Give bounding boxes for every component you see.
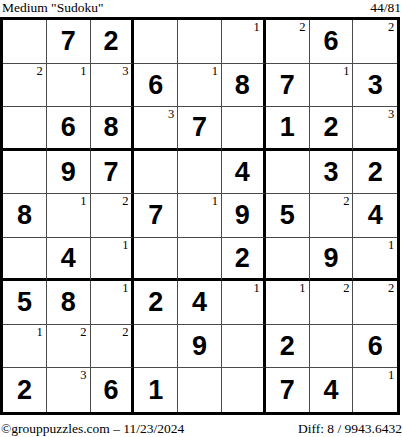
cell-r8c1[interactable]: 1 [3, 325, 47, 369]
cell-r8c4[interactable] [134, 325, 178, 369]
cell-r9c8[interactable]: 4 [310, 368, 354, 412]
cell-value: 4 [235, 159, 250, 186]
cell-value: 2 [17, 377, 32, 404]
corner-mark: 1 [80, 195, 86, 208]
corner-mark: 2 [122, 195, 128, 208]
cell-r3c9[interactable]: 3 [353, 107, 397, 151]
cell-r2c9[interactable]: 3 [353, 64, 397, 108]
cell-r3c4[interactable]: 3 [134, 107, 178, 151]
cell-r9c4[interactable]: 1 [134, 368, 178, 412]
corner-mark: 3 [168, 108, 174, 121]
cell-r1c1[interactable] [3, 20, 47, 64]
cell-r1c7[interactable]: 2 [266, 20, 310, 64]
cell-r4c7[interactable] [266, 151, 310, 195]
cell-value: 2 [323, 114, 338, 141]
cell-r8c6[interactable] [222, 325, 266, 369]
corner-mark: 1 [212, 65, 218, 78]
corner-mark: 2 [299, 21, 305, 34]
cell-r4c4[interactable] [134, 151, 178, 195]
cell-value: 8 [61, 289, 76, 316]
corner-mark: 1 [343, 65, 349, 78]
cell-r6c2[interactable]: 4 [47, 238, 91, 282]
puzzle-title: Medium "Sudoku" [0, 0, 103, 15]
cell-r3c7[interactable]: 1 [266, 107, 310, 151]
cell-r6c4[interactable] [134, 238, 178, 282]
cell-r4c8[interactable]: 3 [310, 151, 354, 195]
cell-r7c3[interactable]: 1 [91, 281, 135, 325]
cell-r2c3[interactable]: 3 [91, 64, 135, 108]
page-header: Medium "Sudoku" 44/81 [0, 0, 403, 17]
cell-r5c7[interactable]: 5 [266, 194, 310, 238]
corner-mark: 1 [80, 65, 86, 78]
cell-r1c8[interactable]: 6 [310, 20, 354, 64]
cell-r7c7[interactable]: 1 [266, 281, 310, 325]
cell-value: 2 [103, 28, 118, 55]
cell-value: 4 [192, 289, 207, 316]
cell-r7c2[interactable]: 8 [47, 281, 91, 325]
corner-mark: 1 [212, 195, 218, 208]
cell-r2c7[interactable]: 7 [266, 64, 310, 108]
cell-r2c6[interactable]: 8 [222, 64, 266, 108]
cell-r7c9[interactable]: 2 [353, 281, 397, 325]
corner-mark: 1 [254, 282, 260, 295]
cell-r4c6[interactable]: 4 [222, 151, 266, 195]
cell-r8c3[interactable]: 2 [91, 325, 135, 369]
cell-r4c1[interactable] [3, 151, 47, 195]
cell-r1c4[interactable] [134, 20, 178, 64]
cell-r7c4[interactable]: 2 [134, 281, 178, 325]
cell-value: 6 [323, 28, 338, 55]
cell-r3c6[interactable] [222, 107, 266, 151]
cell-value: 6 [103, 377, 118, 404]
cell-value: 4 [61, 245, 76, 272]
cell-value: 2 [280, 333, 295, 360]
corner-mark: 2 [122, 326, 128, 339]
cell-value: 6 [61, 114, 76, 141]
cell-r3c8[interactable]: 2 [310, 107, 354, 151]
cell-r9c5[interactable] [178, 368, 222, 412]
cell-value: 7 [103, 159, 118, 186]
corner-mark: 3 [80, 369, 86, 382]
copyright-text: ©grouppuzzles.com – 11/23/2024 [0, 421, 184, 436]
cell-r3c2[interactable]: 6 [47, 107, 91, 151]
corner-mark: 2 [343, 195, 349, 208]
cell-r5c5[interactable]: 1 [178, 194, 222, 238]
cell-r1c5[interactable] [178, 20, 222, 64]
cell-r1c3[interactable]: 2 [91, 20, 135, 64]
cell-r6c7[interactable] [266, 238, 310, 282]
cell-r7c8[interactable]: 2 [310, 281, 354, 325]
cell-r9c7[interactable]: 7 [266, 368, 310, 412]
cell-r6c8[interactable]: 9 [310, 238, 354, 282]
cell-r5c6[interactable]: 9 [222, 194, 266, 238]
cell-value: 3 [323, 159, 338, 186]
cell-r1c9[interactable]: 2 [353, 20, 397, 64]
cell-value: 7 [280, 72, 295, 99]
corner-mark: 3 [388, 108, 394, 121]
page-footer: ©grouppuzzles.com – 11/23/2024 Diff: 8 /… [0, 420, 403, 436]
cell-r8c5[interactable]: 9 [178, 325, 222, 369]
cell-r1c6[interactable]: 1 [222, 20, 266, 64]
cell-r9c6[interactable] [222, 368, 266, 412]
cell-r9c1[interactable]: 2 [3, 368, 47, 412]
cell-r5c3[interactable]: 2 [91, 194, 135, 238]
cell-value: 8 [17, 202, 32, 229]
corner-mark: 1 [122, 282, 128, 295]
cell-r2c5[interactable]: 1 [178, 64, 222, 108]
cell-r7c5[interactable]: 4 [178, 281, 222, 325]
cell-value: 6 [148, 72, 163, 99]
cell-r4c2[interactable]: 9 [47, 151, 91, 195]
cell-r5c1[interactable]: 8 [3, 194, 47, 238]
cell-r5c4[interactable]: 7 [134, 194, 178, 238]
cell-value: 7 [61, 28, 76, 55]
cell-r2c1[interactable]: 2 [3, 64, 47, 108]
cell-r9c3[interactable]: 6 [91, 368, 135, 412]
cell-value: 7 [192, 114, 207, 141]
cell-r6c6[interactable]: 2 [222, 238, 266, 282]
cell-r9c2[interactable]: 3 [47, 368, 91, 412]
cell-r4c9[interactable]: 2 [353, 151, 397, 195]
corner-mark: 2 [388, 21, 394, 34]
corner-mark: 2 [80, 326, 86, 339]
cell-r4c3[interactable]: 7 [91, 151, 135, 195]
cell-r9c9[interactable]: 1 [353, 368, 397, 412]
cell-value: 4 [368, 202, 383, 229]
cell-r1c2[interactable]: 7 [47, 20, 91, 64]
corner-mark: 2 [343, 282, 349, 295]
cell-value: 9 [61, 159, 76, 186]
cell-r6c3[interactable]: 1 [91, 238, 135, 282]
cell-r3c3[interactable]: 8 [91, 107, 135, 151]
cell-r8c2[interactable]: 2 [47, 325, 91, 369]
corner-mark: 1 [37, 326, 43, 339]
cell-r8c9[interactable]: 6 [353, 325, 397, 369]
cell-r5c2[interactable]: 1 [47, 194, 91, 238]
cell-value: 3 [368, 72, 383, 99]
cell-value: 2 [235, 245, 250, 272]
cell-r7c6[interactable]: 1 [222, 281, 266, 325]
cell-r2c8[interactable]: 1 [310, 64, 354, 108]
cell-value: 2 [368, 159, 383, 186]
cell-r8c8[interactable] [310, 325, 354, 369]
cell-value: 6 [368, 333, 383, 360]
difficulty-text: Diff: 8 / 9943.6432 [298, 421, 403, 436]
sudoku-board: 7212622136187136837123974328127195244129… [0, 17, 400, 415]
cell-r5c8[interactable]: 2 [310, 194, 354, 238]
cell-value: 9 [235, 202, 250, 229]
cell-value: 7 [148, 202, 163, 229]
cell-r2c4[interactable]: 6 [134, 64, 178, 108]
cell-value: 8 [235, 72, 250, 99]
corner-mark: 3 [122, 65, 128, 78]
cell-value: 4 [323, 377, 338, 404]
cell-r7c1[interactable]: 5 [3, 281, 47, 325]
corner-mark: 2 [37, 65, 43, 78]
cell-value: 8 [103, 114, 118, 141]
cell-r5c9[interactable]: 4 [353, 194, 397, 238]
cell-r6c5[interactable] [178, 238, 222, 282]
cell-value: 1 [148, 377, 163, 404]
cell-value: 9 [192, 333, 207, 360]
cell-r8c7[interactable]: 2 [266, 325, 310, 369]
corner-mark: 1 [388, 239, 394, 252]
cell-r3c1[interactable] [3, 107, 47, 151]
corner-mark: 1 [388, 369, 394, 382]
cell-r3c5[interactable]: 7 [178, 107, 222, 151]
corner-mark: 2 [388, 282, 394, 295]
cell-r6c1[interactable] [3, 238, 47, 282]
cell-value: 7 [280, 377, 295, 404]
cell-r6c9[interactable]: 1 [353, 238, 397, 282]
corner-mark: 1 [299, 282, 305, 295]
cell-value: 2 [148, 289, 163, 316]
corner-mark: 1 [254, 21, 260, 34]
cell-r4c5[interactable] [178, 151, 222, 195]
cell-value: 5 [17, 289, 32, 316]
cell-r2c2[interactable]: 1 [47, 64, 91, 108]
cell-value: 9 [323, 245, 338, 272]
cell-value: 1 [280, 114, 295, 141]
corner-mark: 1 [122, 239, 128, 252]
cell-value: 5 [280, 202, 295, 229]
progress-counter: 44/81 [370, 0, 403, 15]
